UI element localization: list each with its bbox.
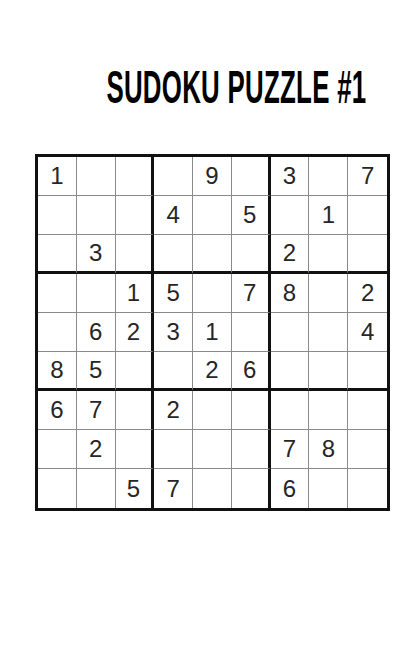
- cell-r5c6: [232, 313, 271, 352]
- cell-r3c7: 2: [271, 235, 310, 274]
- cell-r4c3: 1: [116, 274, 155, 313]
- cell-r5c2: 6: [77, 313, 116, 352]
- cell-r9c2: [77, 469, 116, 508]
- cell-r4c5: [193, 274, 232, 313]
- cell-r3c9: [348, 235, 387, 274]
- cell-r8c7: 7: [271, 430, 310, 469]
- cell-r5c1: [38, 313, 77, 352]
- cell-r1c1: 1: [38, 157, 77, 196]
- cell-r6c1: 8: [38, 352, 77, 391]
- cell-r6c4: [154, 352, 193, 391]
- sudoku-board: 19374513215782623148526672278576: [35, 154, 390, 511]
- puzzle-page: SUDOKU PUZZLE #1 19374513215782623148526…: [0, 0, 416, 666]
- cell-r7c9: [348, 391, 387, 430]
- cell-r5c5: 1: [193, 313, 232, 352]
- cell-r5c7: [271, 313, 310, 352]
- cell-r8c5: [193, 430, 232, 469]
- cell-r4c2: [77, 274, 116, 313]
- cell-r5c4: 3: [154, 313, 193, 352]
- cell-r8c9: [348, 430, 387, 469]
- cell-r7c4: 2: [154, 391, 193, 430]
- cell-r2c5: [193, 196, 232, 235]
- cell-r3c2: 3: [77, 235, 116, 274]
- cell-r2c7: [271, 196, 310, 235]
- cell-r6c8: [309, 352, 348, 391]
- cell-r1c9: 7: [348, 157, 387, 196]
- cell-r9c6: [232, 469, 271, 508]
- cell-r6c3: [116, 352, 155, 391]
- cell-r1c5: 9: [193, 157, 232, 196]
- cell-r8c6: [232, 430, 271, 469]
- cell-r2c4: 4: [154, 196, 193, 235]
- title-area: SUDOKU PUZZLE #1: [0, 64, 416, 110]
- cell-r8c2: 2: [77, 430, 116, 469]
- cell-r7c6: [232, 391, 271, 430]
- cell-r8c3: [116, 430, 155, 469]
- cell-r9c3: 5: [116, 469, 155, 508]
- cell-r7c3: [116, 391, 155, 430]
- cell-r6c5: 2: [193, 352, 232, 391]
- cell-r6c6: 6: [232, 352, 271, 391]
- puzzle-title: SUDOKU PUZZLE #1: [106, 64, 366, 110]
- cell-r1c7: 3: [271, 157, 310, 196]
- cell-r2c8: 1: [309, 196, 348, 235]
- cell-r7c8: [309, 391, 348, 430]
- cell-r9c1: [38, 469, 77, 508]
- cell-r2c3: [116, 196, 155, 235]
- cell-r8c1: [38, 430, 77, 469]
- cell-r2c2: [77, 196, 116, 235]
- cell-r3c4: [154, 235, 193, 274]
- cell-r1c8: [309, 157, 348, 196]
- cell-r6c7: [271, 352, 310, 391]
- cell-r6c2: 5: [77, 352, 116, 391]
- cell-r4c6: 7: [232, 274, 271, 313]
- cell-r1c3: [116, 157, 155, 196]
- cell-r9c9: [348, 469, 387, 508]
- cell-r1c2: [77, 157, 116, 196]
- cell-r4c7: 8: [271, 274, 310, 313]
- cell-r7c1: 6: [38, 391, 77, 430]
- cell-r7c2: 7: [77, 391, 116, 430]
- cell-r3c8: [309, 235, 348, 274]
- cell-r9c7: 6: [271, 469, 310, 508]
- cell-r3c6: [232, 235, 271, 274]
- cell-r3c1: [38, 235, 77, 274]
- cell-r2c9: [348, 196, 387, 235]
- cell-r6c9: [348, 352, 387, 391]
- cell-r5c9: 4: [348, 313, 387, 352]
- cell-r9c4: 7: [154, 469, 193, 508]
- cell-r4c8: [309, 274, 348, 313]
- cell-r8c4: [154, 430, 193, 469]
- cell-r8c8: 8: [309, 430, 348, 469]
- cell-r4c9: 2: [348, 274, 387, 313]
- cell-r5c8: [309, 313, 348, 352]
- cell-r9c5: [193, 469, 232, 508]
- cell-r2c6: 5: [232, 196, 271, 235]
- cell-r5c3: 2: [116, 313, 155, 352]
- cell-r1c4: [154, 157, 193, 196]
- cell-r4c1: [38, 274, 77, 313]
- cell-r1c6: [232, 157, 271, 196]
- cell-r9c8: [309, 469, 348, 508]
- cell-r3c3: [116, 235, 155, 274]
- cell-r7c5: [193, 391, 232, 430]
- cell-r7c7: [271, 391, 310, 430]
- cell-r2c1: [38, 196, 77, 235]
- cell-r3c5: [193, 235, 232, 274]
- cell-r4c4: 5: [154, 274, 193, 313]
